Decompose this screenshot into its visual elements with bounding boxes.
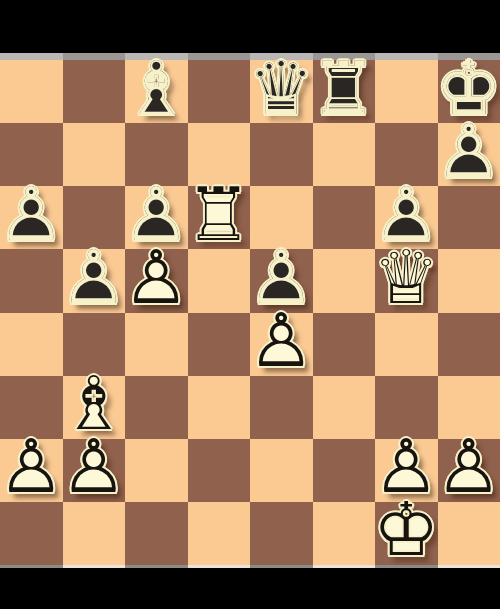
white-pawn-icon: ♟ <box>248 303 314 377</box>
square-c2[interactable] <box>125 439 188 502</box>
square-a4[interactable] <box>0 313 63 376</box>
square-g4[interactable] <box>375 313 438 376</box>
pawn-outline-icon: ♙ <box>0 177 64 251</box>
piece-white-bishop-b3[interactable]: ♝♗ <box>63 376 126 439</box>
bishop-outline-icon: ♗ <box>61 366 127 440</box>
black-pawn-icon: ♟ <box>248 240 314 314</box>
black-pawn-icon: ♟ <box>61 240 127 314</box>
square-g5[interactable]: ♛♕ <box>375 249 438 312</box>
piece-black-pawn-a6[interactable]: ♟♙ <box>0 186 63 249</box>
pawn-outline-icon: ♙ <box>373 177 439 251</box>
board-top-edge <box>0 53 500 60</box>
rook-outline-icon: ♖ <box>311 51 377 125</box>
white-king-icon: ♚ <box>373 493 439 567</box>
square-a2[interactable]: ♟♙ <box>0 439 63 502</box>
black-queen-icon: ♛ <box>248 51 314 125</box>
pawn-outline-icon: ♙ <box>61 430 127 504</box>
white-pawn-icon: ♟ <box>61 430 127 504</box>
square-g7[interactable] <box>375 123 438 186</box>
square-h1[interactable] <box>438 502 500 565</box>
board-edge-cell <box>375 565 438 568</box>
square-f1[interactable] <box>313 502 376 565</box>
pawn-outline-icon: ♙ <box>248 303 314 377</box>
square-f4[interactable] <box>313 313 376 376</box>
white-bishop-icon: ♝ <box>61 366 127 440</box>
queen-outline-icon: ♕ <box>373 240 439 314</box>
square-c7[interactable] <box>125 123 188 186</box>
square-b5[interactable]: ♟♙ <box>63 249 126 312</box>
board-edge-cell <box>313 565 376 568</box>
pawn-outline-icon: ♙ <box>373 430 439 504</box>
pawn-outline-icon: ♙ <box>123 177 189 251</box>
square-f2[interactable] <box>313 439 376 502</box>
square-h7[interactable]: ♟♙ <box>438 123 500 186</box>
board-edge-cell <box>63 565 126 568</box>
square-c1[interactable] <box>125 502 188 565</box>
pawn-outline-icon: ♙ <box>436 114 500 188</box>
black-pawn-icon: ♟ <box>0 177 64 251</box>
black-bishop-icon: ♝ <box>123 51 189 125</box>
piece-white-queen-g5[interactable]: ♛♕ <box>375 249 438 312</box>
queen-outline-icon: ♕ <box>248 51 314 125</box>
square-b4[interactable] <box>63 313 126 376</box>
square-b1[interactable] <box>63 502 126 565</box>
piece-black-pawn-g6[interactable]: ♟♙ <box>375 186 438 249</box>
screenshot-stage: ♝♗♛♕♜♖♚♔♟♙♟♙♟♙♜♖♟♙♟♙♟♙♟♙♛♕♟♙♝♗♟♙♟♙♟♙♟♙♚♔ <box>0 0 500 609</box>
white-pawn-icon: ♟ <box>123 240 189 314</box>
square-h3[interactable] <box>438 376 500 439</box>
square-h2[interactable]: ♟♙ <box>438 439 500 502</box>
white-queen-icon: ♛ <box>373 240 439 314</box>
board-bottom-bevel <box>0 565 500 568</box>
square-e6[interactable] <box>250 186 313 249</box>
square-c8[interactable]: ♝♗ <box>125 60 188 123</box>
square-e4[interactable]: ♟♙ <box>250 313 313 376</box>
piece-white-pawn-b2[interactable]: ♟♙ <box>63 439 126 502</box>
black-rook-icon: ♜ <box>311 51 377 125</box>
board-edge-cell <box>0 53 63 60</box>
square-b2[interactable]: ♟♙ <box>63 439 126 502</box>
piece-white-pawn-a2[interactable]: ♟♙ <box>0 439 63 502</box>
square-g1[interactable]: ♚♔ <box>375 502 438 565</box>
white-pawn-icon: ♟ <box>373 430 439 504</box>
square-g2[interactable]: ♟♙ <box>375 439 438 502</box>
square-b6[interactable] <box>63 186 126 249</box>
square-a3[interactable] <box>0 376 63 439</box>
square-h5[interactable] <box>438 249 500 312</box>
square-h6[interactable] <box>438 186 500 249</box>
board-edge-cell <box>0 565 63 568</box>
square-e5[interactable]: ♟♙ <box>250 249 313 312</box>
board-edge-cell <box>438 53 500 60</box>
square-f6[interactable] <box>313 186 376 249</box>
square-a5[interactable] <box>0 249 63 312</box>
square-f8[interactable]: ♜♖ <box>313 60 376 123</box>
piece-black-pawn-c6[interactable]: ♟♙ <box>125 186 188 249</box>
board-edge-cell <box>313 53 376 60</box>
piece-black-pawn-b5[interactable]: ♟♙ <box>63 249 126 312</box>
piece-white-pawn-c5[interactable]: ♟♙ <box>125 249 188 312</box>
king-outline-icon: ♔ <box>373 493 439 567</box>
square-b7[interactable] <box>63 123 126 186</box>
square-d2[interactable] <box>188 439 251 502</box>
piece-black-pawn-h7[interactable]: ♟♙ <box>438 123 500 186</box>
square-d5[interactable] <box>188 249 251 312</box>
black-pawn-icon: ♟ <box>373 177 439 251</box>
rook-outline-icon: ♖ <box>186 177 252 251</box>
square-a6[interactable]: ♟♙ <box>0 186 63 249</box>
square-h4[interactable] <box>438 313 500 376</box>
board-edge-cell <box>125 53 188 60</box>
square-e3[interactable] <box>250 376 313 439</box>
board-edge-cell <box>63 53 126 60</box>
top-letterbox-bar <box>0 0 500 53</box>
piece-black-pawn-e5[interactable]: ♟♙ <box>250 249 313 312</box>
square-f7[interactable] <box>313 123 376 186</box>
pawn-outline-icon: ♙ <box>0 430 64 504</box>
square-a1[interactable] <box>0 502 63 565</box>
board-edge-cell <box>188 565 251 568</box>
bottom-letterbox-bar <box>0 568 500 609</box>
piece-white-rook-d6[interactable]: ♜♖ <box>188 186 251 249</box>
square-c3[interactable] <box>125 376 188 439</box>
square-h8[interactable]: ♚♔ <box>438 60 500 123</box>
piece-black-bishop-c8[interactable]: ♝♗ <box>125 60 188 123</box>
piece-white-king-g1[interactable]: ♚♔ <box>375 502 438 565</box>
square-e7[interactable] <box>250 123 313 186</box>
board-edge-cell <box>250 565 313 568</box>
pawn-outline-icon: ♙ <box>61 240 127 314</box>
square-d8[interactable] <box>188 60 251 123</box>
piece-black-queen-e8[interactable]: ♛♕ <box>250 60 313 123</box>
square-f3[interactable] <box>313 376 376 439</box>
board-edge-cell <box>250 53 313 60</box>
piece-white-pawn-g2[interactable]: ♟♙ <box>375 439 438 502</box>
square-e2[interactable] <box>250 439 313 502</box>
square-e1[interactable] <box>250 502 313 565</box>
square-b3[interactable]: ♝♗ <box>63 376 126 439</box>
board-edge-cell <box>438 565 500 568</box>
pawn-outline-icon: ♙ <box>123 240 189 314</box>
black-pawn-icon: ♟ <box>436 114 500 188</box>
black-king-icon: ♚ <box>436 51 500 125</box>
piece-white-pawn-h2[interactable]: ♟♙ <box>438 439 500 502</box>
chess-board: ♝♗♛♕♜♖♚♔♟♙♟♙♟♙♜♖♟♙♟♙♟♙♟♙♛♕♟♙♝♗♟♙♟♙♟♙♟♙♚♔ <box>0 60 500 565</box>
square-d1[interactable] <box>188 502 251 565</box>
piece-white-pawn-e4[interactable]: ♟♙ <box>250 313 313 376</box>
square-a7[interactable] <box>0 123 63 186</box>
square-g3[interactable] <box>375 376 438 439</box>
square-d3[interactable] <box>188 376 251 439</box>
board-edge-cell <box>188 53 251 60</box>
board-edge-cell <box>375 53 438 60</box>
square-g8[interactable] <box>375 60 438 123</box>
square-c5[interactable]: ♟♙ <box>125 249 188 312</box>
pawn-outline-icon: ♙ <box>436 430 500 504</box>
king-outline-icon: ♔ <box>436 51 500 125</box>
white-pawn-icon: ♟ <box>436 430 500 504</box>
black-pawn-icon: ♟ <box>123 177 189 251</box>
square-d4[interactable] <box>188 313 251 376</box>
white-pawn-icon: ♟ <box>0 430 64 504</box>
square-c6[interactable]: ♟♙ <box>125 186 188 249</box>
board-edge-cell <box>125 565 188 568</box>
square-d6[interactable]: ♜♖ <box>188 186 251 249</box>
square-f5[interactable] <box>313 249 376 312</box>
bishop-outline-icon: ♗ <box>123 51 189 125</box>
square-b8[interactable] <box>63 60 126 123</box>
square-d7[interactable] <box>188 123 251 186</box>
white-rook-icon: ♜ <box>186 177 252 251</box>
piece-black-rook-f8[interactable]: ♜♖ <box>313 60 376 123</box>
pawn-outline-icon: ♙ <box>248 240 314 314</box>
square-g6[interactable]: ♟♙ <box>375 186 438 249</box>
piece-black-king-h8[interactable]: ♚♔ <box>438 60 500 123</box>
square-c4[interactable] <box>125 313 188 376</box>
square-e8[interactable]: ♛♕ <box>250 60 313 123</box>
square-a8[interactable] <box>0 60 63 123</box>
